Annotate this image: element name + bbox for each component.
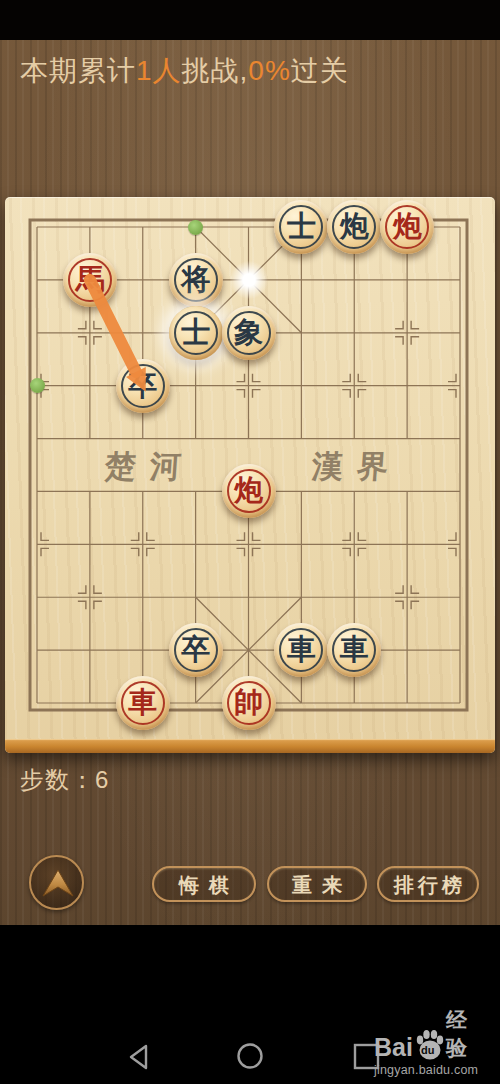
undo-move-button[interactable]: 悔棋 — [152, 866, 256, 902]
step-counter-separator: ： — [70, 766, 95, 793]
piece-black-士-r0c5[interactable]: 士 — [274, 200, 328, 254]
step-counter: 步数：6 — [20, 764, 109, 796]
piece-red-帥-r9c4[interactable]: 帥 — [222, 676, 276, 730]
baidu-logo-du: du — [421, 1044, 434, 1056]
piece-black-卒-r3c2[interactable]: 卒 — [116, 359, 170, 413]
piece-glyph: 炮 — [327, 200, 381, 254]
stats-prefix: 本期累计 — [20, 55, 136, 86]
piece-red-炮-r5c4[interactable]: 炮 — [222, 464, 276, 518]
android-nav-bar: Bai du 经验 jingyan.baidu.com — [0, 925, 500, 1084]
last-move-origin-dot — [188, 220, 203, 235]
piece-black-象-r2c4[interactable]: 象 — [222, 306, 276, 360]
leaderboard-button[interactable]: 排行榜 — [377, 866, 479, 902]
up-chevron-icon — [41, 868, 75, 900]
xiangqi-board[interactable]: 楚河 漢界 士炮炮馬将士象卒炮卒車車車帥 — [5, 197, 495, 753]
piece-red-車-r9c2[interactable]: 車 — [116, 676, 170, 730]
piece-black-卒-r8c3[interactable]: 卒 — [169, 623, 223, 677]
piece-black-炮-r0c6[interactable]: 炮 — [327, 200, 381, 254]
nav-home-icon[interactable] — [236, 1042, 264, 1070]
nav-back-icon[interactable] — [125, 1043, 153, 1071]
expand-panel-button[interactable] — [29, 855, 84, 910]
challenge-stats-text: 本期累计1人挑战,0%过关 — [20, 52, 349, 90]
step-counter-label: 步数 — [20, 766, 70, 793]
piece-black-車-r8c5[interactable]: 車 — [274, 623, 328, 677]
piece-glyph: 卒 — [169, 623, 223, 677]
restart-button[interactable]: 重来 — [267, 866, 367, 902]
piece-glyph: 象 — [222, 306, 276, 360]
piece-glyph: 士 — [169, 306, 223, 360]
piece-glyph: 車 — [327, 623, 381, 677]
stats-middle: 挑战, — [182, 55, 249, 86]
piece-glyph: 将 — [169, 253, 223, 307]
river-label-right: 漢界 — [295, 443, 418, 489]
watermark-url: jingyan.baidu.com — [374, 1063, 484, 1077]
baidu-logo-bai: Bai — [374, 1032, 413, 1062]
river-label-left: 楚河 — [93, 443, 206, 489]
piece-red-炮-r0c7[interactable]: 炮 — [380, 200, 434, 254]
piece-glyph: 車 — [274, 623, 328, 677]
last-move-origin-dot — [30, 378, 45, 393]
step-counter-value: 6 — [95, 766, 109, 793]
piece-glyph: 炮 — [380, 200, 434, 254]
piece-black-士-r2c3[interactable]: 士 — [169, 306, 223, 360]
status-bar — [0, 0, 500, 40]
board-front-edge — [5, 739, 495, 753]
piece-black-将-r1c3[interactable]: 将 — [169, 253, 223, 307]
piece-black-車-r8c6[interactable]: 車 — [327, 623, 381, 677]
stats-suffix: 过关 — [291, 55, 349, 86]
piece-glyph: 馬 — [63, 253, 117, 307]
stats-challengers: 1人 — [136, 55, 182, 86]
piece-glyph: 卒 — [116, 359, 170, 413]
app-screen: 本期累计1人挑战,0%过关 楚河 漢界 士炮炮馬将士象卒炮卒車車車帥 步数：6 … — [0, 0, 500, 1084]
piece-glyph: 士 — [274, 200, 328, 254]
piece-glyph: 車 — [116, 676, 170, 730]
stats-pass-rate: 0% — [248, 55, 290, 86]
baidu-logo-jingyan: 经验 — [446, 1006, 484, 1062]
piece-glyph: 帥 — [222, 676, 276, 730]
baidu-jingyan-watermark: Bai du 经验 jingyan.baidu.com — [374, 1028, 484, 1077]
piece-glyph: 炮 — [222, 464, 276, 518]
piece-red-馬-r1c1[interactable]: 馬 — [63, 253, 117, 307]
baidu-paw-icon: du — [414, 1028, 444, 1062]
